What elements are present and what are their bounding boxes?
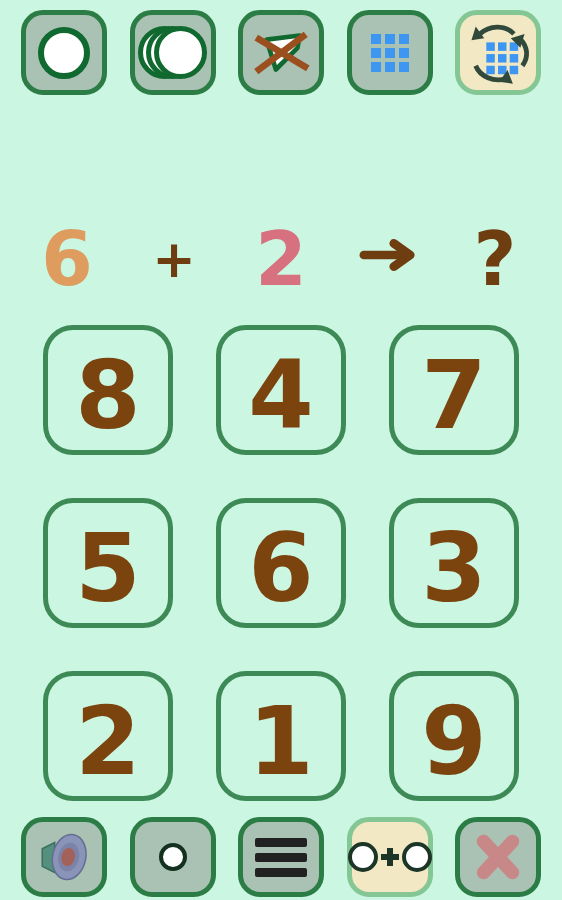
top-toolbar: [0, 10, 562, 95]
stacked-counters-button[interactable]: [130, 10, 216, 95]
stacked-circles-icon: [138, 26, 207, 79]
menu-lines-icon: [255, 838, 307, 877]
circle-plus-circle-icon: [348, 842, 432, 872]
speaker-icon: [35, 828, 93, 886]
dot-grid-button[interactable]: [347, 10, 433, 95]
unknown-placeholder: ?: [466, 218, 524, 292]
answer-button-7[interactable]: 2: [43, 671, 173, 801]
no-flag-button[interactable]: [238, 10, 324, 95]
answer-button-8[interactable]: 1: [216, 671, 346, 801]
problem-row: 6 + 2 ?: [0, 208, 562, 302]
shuffle-dot-grid-button[interactable]: [455, 10, 541, 95]
menu-lines-button[interactable]: [238, 817, 324, 897]
plus-operator: +: [145, 229, 203, 281]
answer-grid: 8 4 7 5 6 3 2 1 9: [43, 325, 519, 801]
answer-button-6[interactable]: 3: [389, 498, 519, 628]
single-dot-button[interactable]: [130, 817, 216, 897]
operand-1: 6: [38, 218, 96, 292]
answer-button-9[interactable]: 9: [389, 671, 519, 801]
answer-button-1[interactable]: 8: [43, 325, 173, 455]
circle-icon: [38, 27, 90, 79]
shuffle-grid-icon: [464, 19, 532, 87]
arrow-right-icon: [359, 237, 417, 273]
operand-2: 2: [252, 218, 310, 292]
addition-mode-button[interactable]: [347, 817, 433, 897]
answer-button-5[interactable]: 6: [216, 498, 346, 628]
sound-button[interactable]: [21, 817, 107, 897]
answer-button-3[interactable]: 7: [389, 325, 519, 455]
grid-icon: [371, 34, 409, 72]
answer-button-4[interactable]: 5: [43, 498, 173, 628]
crossed-flag-icon: [248, 20, 314, 86]
close-x-icon: [469, 828, 527, 886]
answer-button-2[interactable]: 4: [216, 325, 346, 455]
bottom-toolbar: [0, 817, 562, 897]
small-circle-icon: [159, 843, 187, 871]
close-button[interactable]: [455, 817, 541, 897]
single-counter-button[interactable]: [21, 10, 107, 95]
